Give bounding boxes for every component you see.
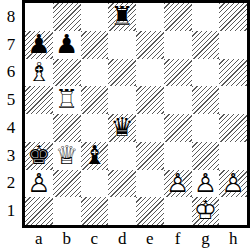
rank-label-3: 3 (0, 142, 22, 170)
square-d8: ♜♜ (108, 3, 136, 31)
square-d6 (108, 59, 136, 87)
file-label-a: a (25, 229, 53, 249)
square-b5: ♜♖ (53, 86, 81, 114)
square-g5 (192, 86, 220, 114)
white-queen: ♛♕ (53, 142, 81, 170)
square-a2: ♟♙ (25, 170, 53, 198)
black-rook: ♜♜ (108, 3, 136, 31)
white-pawn: ♟♙ (192, 170, 220, 198)
black-king: ♚♚ (25, 142, 53, 170)
rank-labels: 87654321 (0, 3, 22, 225)
piece-glyph: ♗ (25, 59, 53, 87)
square-f3 (164, 142, 192, 170)
square-b3: ♛♕ (53, 142, 81, 170)
white-king: ♚♔ (192, 197, 220, 225)
square-f4 (164, 114, 192, 142)
white-pawn: ♟♙ (219, 170, 247, 198)
square-b7: ♟♟ (53, 31, 81, 59)
rank-label-2: 2 (0, 170, 22, 198)
square-e8 (136, 3, 164, 31)
square-f1 (164, 197, 192, 225)
square-f7 (164, 31, 192, 59)
file-label-d: d (108, 229, 136, 249)
square-g1: ♚♔ (192, 197, 220, 225)
square-e2 (136, 170, 164, 198)
white-pawn: ♟♙ (164, 170, 192, 198)
square-g6 (192, 59, 220, 87)
square-d7 (108, 31, 136, 59)
square-b8 (53, 3, 81, 31)
rank-label-6: 6 (0, 59, 22, 87)
square-b6 (53, 59, 81, 87)
square-g7 (192, 31, 220, 59)
square-h8 (219, 3, 247, 31)
black-bishop: ♝♝ (81, 142, 109, 170)
piece-glyph: ♟ (53, 31, 81, 59)
square-a3: ♚♚ (25, 142, 53, 170)
square-f6 (164, 59, 192, 87)
square-f5 (164, 86, 192, 114)
piece-glyph: ♙ (219, 170, 247, 198)
square-d2 (108, 170, 136, 198)
square-h6 (219, 59, 247, 87)
piece-glyph: ♝ (81, 142, 109, 170)
square-a4 (25, 114, 53, 142)
file-label-f: f (164, 229, 192, 249)
square-f8 (164, 3, 192, 31)
square-g8 (192, 3, 220, 31)
square-e3 (136, 142, 164, 170)
square-h7 (219, 31, 247, 59)
square-d1 (108, 197, 136, 225)
white-pawn: ♟♙ (25, 170, 53, 198)
chess-diagram: 87654321 ♜♜♟♟♟♟♝♗♜♖♛♛♚♚♛♕♝♝♟♙♟♙♟♙♟♙♚♔ ab… (0, 0, 250, 250)
square-b1 (53, 197, 81, 225)
piece-glyph: ♚ (25, 142, 53, 170)
square-g3 (192, 142, 220, 170)
file-label-c: c (81, 229, 109, 249)
square-d5 (108, 86, 136, 114)
rank-label-7: 7 (0, 31, 22, 59)
square-g4 (192, 114, 220, 142)
chess-board: ♜♜♟♟♟♟♝♗♜♖♛♛♚♚♛♕♝♝♟♙♟♙♟♙♟♙♚♔ (22, 0, 250, 228)
piece-glyph: ♙ (192, 170, 220, 198)
piece-glyph: ♖ (53, 86, 81, 114)
piece-glyph: ♔ (192, 197, 220, 225)
square-h5 (219, 86, 247, 114)
square-h4 (219, 114, 247, 142)
square-g2: ♟♙ (192, 170, 220, 198)
square-c6 (81, 59, 109, 87)
square-e1 (136, 197, 164, 225)
rank-label-4: 4 (0, 114, 22, 142)
piece-glyph: ♜ (108, 3, 136, 31)
square-c5 (81, 86, 109, 114)
file-label-h: h (219, 229, 247, 249)
square-d4: ♛♛ (108, 114, 136, 142)
rank-label-8: 8 (0, 3, 22, 31)
piece-glyph: ♕ (53, 142, 81, 170)
square-e4 (136, 114, 164, 142)
square-c7 (81, 31, 109, 59)
square-a5 (25, 86, 53, 114)
black-queen: ♛♛ (108, 114, 136, 142)
rank-label-1: 1 (0, 197, 22, 225)
square-e5 (136, 86, 164, 114)
black-pawn: ♟♟ (25, 31, 53, 59)
file-label-e: e (136, 229, 164, 249)
square-f2: ♟♙ (164, 170, 192, 198)
file-label-b: b (53, 229, 81, 249)
square-a6: ♝♗ (25, 59, 53, 87)
square-h1 (219, 197, 247, 225)
square-c2 (81, 170, 109, 198)
square-c8 (81, 3, 109, 31)
square-c3: ♝♝ (81, 142, 109, 170)
square-d3 (108, 142, 136, 170)
square-b4 (53, 114, 81, 142)
rank-label-5: 5 (0, 86, 22, 114)
file-label-g: g (192, 229, 220, 249)
square-e7 (136, 31, 164, 59)
piece-glyph: ♙ (25, 170, 53, 198)
file-labels: abcdefgh (25, 229, 247, 249)
black-pawn: ♟♟ (53, 31, 81, 59)
square-a7: ♟♟ (25, 31, 53, 59)
square-e6 (136, 59, 164, 87)
white-bishop: ♝♗ (25, 59, 53, 87)
square-c4 (81, 114, 109, 142)
square-c1 (81, 197, 109, 225)
piece-glyph: ♟ (25, 31, 53, 59)
square-b2 (53, 170, 81, 198)
piece-glyph: ♙ (164, 170, 192, 198)
square-h2: ♟♙ (219, 170, 247, 198)
square-h3 (219, 142, 247, 170)
white-rook: ♜♖ (53, 86, 81, 114)
square-a8 (25, 3, 53, 31)
square-a1 (25, 197, 53, 225)
piece-glyph: ♛ (108, 114, 136, 142)
